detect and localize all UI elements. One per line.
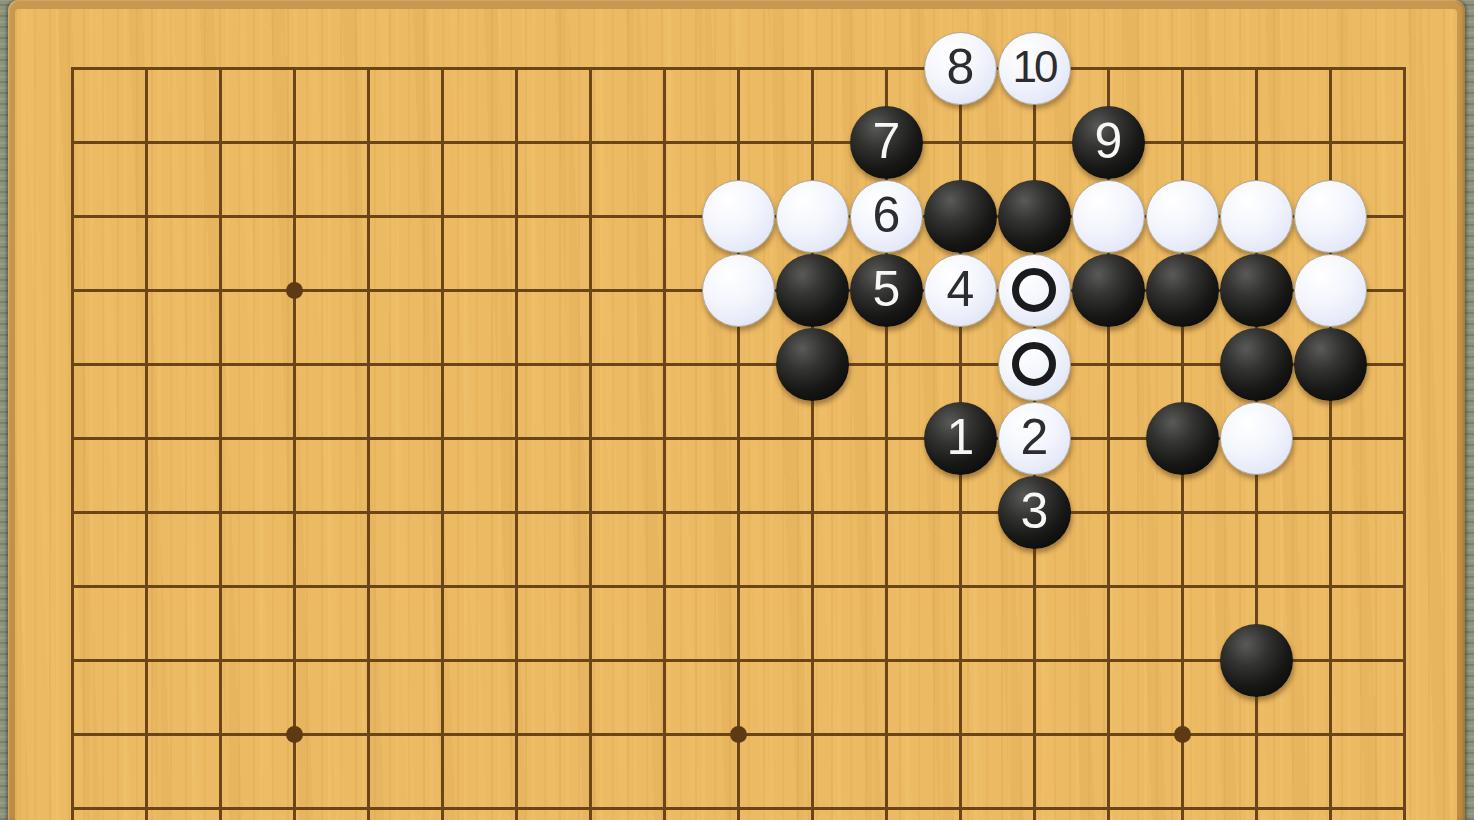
stone-N16[interactable]: 4 <box>924 254 997 327</box>
grid-line-vertical <box>293 67 296 820</box>
move-number: 3 <box>1021 486 1048 536</box>
stone-R15[interactable] <box>1220 328 1293 401</box>
stone-O17[interactable] <box>998 180 1071 253</box>
grid-line-horizontal <box>71 585 1406 588</box>
star-point <box>286 282 303 299</box>
grid-line-vertical <box>663 67 666 820</box>
stone-O14[interactable]: 2 <box>998 402 1071 475</box>
grid-line-vertical <box>1403 67 1406 820</box>
grid-line-vertical <box>589 67 592 820</box>
star-point <box>730 726 747 743</box>
stone-L15[interactable] <box>776 328 849 401</box>
stone-M17[interactable]: 6 <box>850 180 923 253</box>
move-number: 6 <box>873 190 900 240</box>
board-layer: 81079654123 <box>0 0 1474 820</box>
star-point <box>1174 726 1191 743</box>
move-number: 1 <box>947 412 974 462</box>
stone-S16[interactable] <box>1294 254 1367 327</box>
grid-line-horizontal <box>71 807 1406 810</box>
stone-N17[interactable] <box>924 180 997 253</box>
stone-R14[interactable] <box>1220 402 1293 475</box>
stone-P18[interactable]: 9 <box>1072 106 1145 179</box>
stone-M18[interactable]: 7 <box>850 106 923 179</box>
grid-line-horizontal <box>71 67 1406 70</box>
stone-P17[interactable] <box>1072 180 1145 253</box>
stone-Q16[interactable] <box>1146 254 1219 327</box>
grid-line-horizontal <box>71 511 1406 514</box>
circle-mark <box>1012 268 1056 312</box>
move-number: 9 <box>1095 116 1122 166</box>
move-number: 8 <box>947 42 974 92</box>
stone-O16[interactable] <box>998 254 1071 327</box>
stone-R17[interactable] <box>1220 180 1293 253</box>
stone-K16[interactable] <box>702 254 775 327</box>
stone-R16[interactable] <box>1220 254 1293 327</box>
stone-S15[interactable] <box>1294 328 1367 401</box>
grid-line-vertical <box>145 67 148 820</box>
stone-N14[interactable]: 1 <box>924 402 997 475</box>
move-number: 10 <box>1013 45 1056 89</box>
grid-line-vertical <box>515 67 518 820</box>
go-board: 81079654123 <box>0 0 1474 820</box>
grid-line-vertical <box>71 67 74 820</box>
grid-line-vertical <box>219 67 222 820</box>
move-number: 7 <box>873 116 900 166</box>
circle-mark <box>1012 342 1056 386</box>
grid-line-vertical <box>367 67 370 820</box>
stone-P16[interactable] <box>1072 254 1145 327</box>
stone-K17[interactable] <box>702 180 775 253</box>
grid-line-horizontal <box>71 363 1406 366</box>
move-number: 5 <box>873 264 900 314</box>
stone-Q17[interactable] <box>1146 180 1219 253</box>
stone-O19[interactable]: 10 <box>998 32 1071 105</box>
stone-N19[interactable]: 8 <box>924 32 997 105</box>
stone-O15[interactable] <box>998 328 1071 401</box>
stone-O13[interactable]: 3 <box>998 476 1071 549</box>
stone-Q14[interactable] <box>1146 402 1219 475</box>
stone-S17[interactable] <box>1294 180 1367 253</box>
star-point <box>286 726 303 743</box>
move-number: 2 <box>1021 412 1048 462</box>
grid-line-horizontal <box>71 141 1406 144</box>
stone-R11[interactable] <box>1220 624 1293 697</box>
stone-L17[interactable] <box>776 180 849 253</box>
stone-M16[interactable]: 5 <box>850 254 923 327</box>
stone-L16[interactable] <box>776 254 849 327</box>
grid-line-horizontal <box>71 659 1406 662</box>
move-number: 4 <box>947 264 974 314</box>
grid-line-vertical <box>441 67 444 820</box>
